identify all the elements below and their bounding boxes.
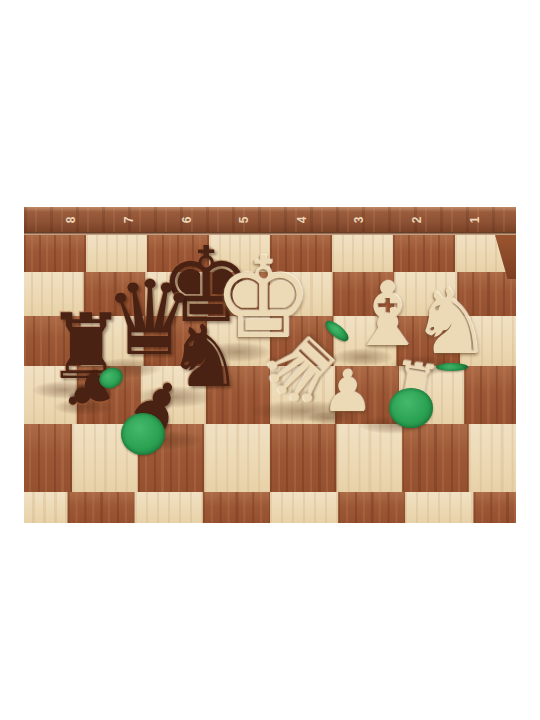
green-felt-base: [389, 388, 433, 428]
board-square: [336, 424, 402, 492]
board-square: [270, 492, 338, 523]
board-square: [468, 424, 516, 492]
rail-rank-label: 7: [121, 212, 137, 228]
board-square: [338, 492, 406, 523]
board-square: [202, 492, 270, 523]
board-square: [135, 492, 203, 523]
piece-light-pawn: ♟: [321, 363, 372, 420]
chess-set-photo: 87654321 ♜♟♛♚♞♟♚♛♟♝♜♞: [24, 207, 516, 523]
rail-rank-label: 8: [63, 212, 79, 228]
board-square: [464, 366, 516, 424]
rail-rank-label: 2: [409, 212, 425, 228]
board-square: [270, 424, 336, 492]
board-square: [473, 492, 516, 523]
green-felt-base: [121, 413, 165, 455]
board-row: [24, 424, 516, 492]
board-square: [405, 492, 473, 523]
rail-rank-label: 3: [351, 212, 367, 228]
rail-rank-label: 1: [467, 212, 483, 228]
board-square: [402, 424, 468, 492]
board-top-rail: 87654321: [24, 207, 516, 235]
board-square: [24, 235, 86, 272]
board-square: [204, 424, 270, 492]
rail-rank-label: 4: [294, 212, 310, 228]
board-square: [24, 492, 67, 523]
board-square: [67, 492, 135, 523]
board-row: [24, 492, 516, 523]
board-square: [24, 424, 72, 492]
product-photo-page: 87654321 ♜♟♛♚♞♟♚♛♟♝♜♞: [0, 0, 540, 720]
